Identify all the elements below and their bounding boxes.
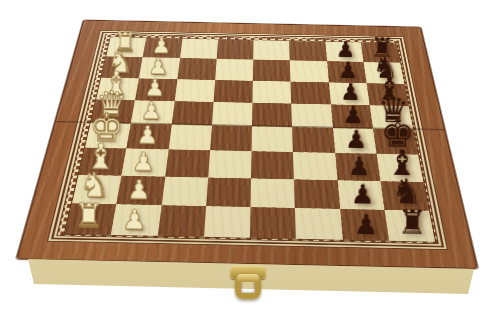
square-r8c5[interactable] [250, 207, 296, 239]
square-r1c6[interactable] [289, 41, 326, 61]
square-r8c1[interactable]: ♜ [65, 203, 117, 235]
square-r4c6[interactable] [291, 104, 332, 128]
square-r8c4[interactable] [204, 206, 251, 238]
square-r5c6[interactable] [292, 127, 335, 153]
white-pawn[interactable]: ♟ [122, 206, 147, 234]
square-r7c5[interactable] [251, 178, 296, 208]
square-r2c4[interactable] [215, 59, 253, 81]
square-r1c5[interactable] [253, 40, 290, 60]
white-rook[interactable]: ♜ [73, 199, 104, 233]
square-r6c4[interactable] [208, 150, 252, 178]
square-r6c3[interactable] [165, 150, 210, 178]
white-pawn[interactable]: ♟ [141, 99, 163, 123]
square-r1c4[interactable] [216, 39, 253, 59]
white-pawn[interactable]: ♟ [127, 176, 151, 203]
square-r6c6[interactable] [293, 152, 337, 180]
square-r7c7[interactable]: ♟ [337, 180, 384, 210]
black-pawn[interactable]: ♟ [344, 127, 367, 152]
chess-set-photo: ♜♟♟♜♞♟♟♞♝♟♟♝♛♟♟♛♚♟♟♚♝♟♟♝♞♟♟♞♜♟♟♜ [0, 0, 500, 318]
square-r4c5[interactable] [252, 103, 292, 127]
black-rook[interactable]: ♜ [397, 206, 428, 240]
squares-grid: ♜♟♟♜♞♟♟♞♝♟♟♝♛♟♟♛♚♟♟♚♝♟♟♝♞♟♟♞♜♟♟♜ [64, 37, 437, 243]
square-r2c3[interactable] [177, 58, 216, 80]
square-r8c6[interactable] [295, 208, 342, 240]
chess-board: ♜♟♟♜♞♟♟♞♝♟♟♝♛♟♟♛♚♟♟♚♝♟♟♝♞♟♟♞♜♟♟♜ [16, 20, 478, 269]
decorative-inlay-border: ♜♟♟♜♞♟♟♞♝♟♟♝♛♟♟♛♚♟♟♚♝♟♟♝♞♟♟♞♜♟♟♜ [51, 32, 444, 248]
square-r8c3[interactable] [157, 205, 205, 237]
square-r2c6[interactable] [290, 61, 329, 83]
square-r5c3[interactable] [168, 125, 211, 151]
square-r5c5[interactable] [252, 126, 294, 152]
square-r6c5[interactable] [251, 151, 294, 179]
square-r3c4[interactable] [213, 80, 252, 103]
square-r3c3[interactable] [174, 79, 215, 102]
square-r2c5[interactable] [253, 60, 291, 82]
square-r8c7[interactable]: ♟ [340, 209, 389, 241]
square-r1c3[interactable] [180, 39, 218, 59]
square-r3c6[interactable] [291, 81, 331, 104]
white-pawn[interactable]: ♟ [136, 123, 159, 148]
clasp-ring [235, 273, 261, 299]
black-pawn[interactable]: ♟ [342, 103, 364, 127]
square-r7c2[interactable]: ♟ [117, 175, 165, 205]
square-r7c6[interactable] [294, 179, 340, 209]
square-r5c2[interactable]: ♟ [127, 124, 172, 150]
square-r6c2[interactable]: ♟ [122, 149, 168, 177]
square-r3c5[interactable] [252, 81, 291, 104]
square-r4c4[interactable] [212, 102, 253, 126]
square-r4c3[interactable] [171, 101, 213, 125]
square-r8c8[interactable]: ♜ [384, 210, 435, 242]
black-pawn[interactable]: ♟ [350, 181, 374, 208]
square-r5c4[interactable] [210, 125, 252, 151]
square-r7c3[interactable] [161, 176, 208, 206]
square-r7c4[interactable] [206, 177, 251, 207]
brass-clasp [228, 266, 268, 304]
square-r8c2[interactable]: ♟ [111, 204, 161, 236]
square-r5c7[interactable]: ♟ [333, 128, 377, 154]
white-pawn[interactable]: ♟ [132, 149, 156, 175]
black-pawn[interactable]: ♟ [353, 211, 378, 239]
square-r6c7[interactable]: ♟ [335, 153, 380, 181]
black-pawn[interactable]: ♟ [347, 153, 371, 179]
